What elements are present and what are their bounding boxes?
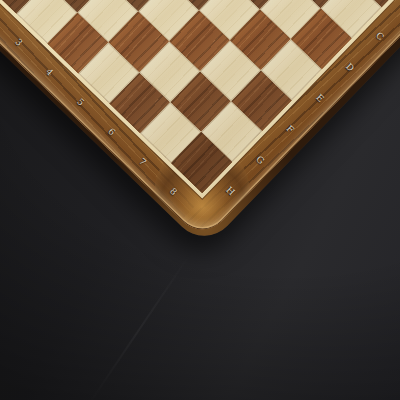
backdrop-seam [85, 255, 190, 400]
